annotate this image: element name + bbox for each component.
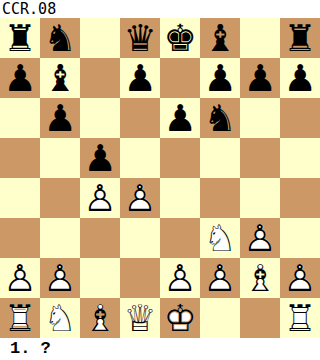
square-f4[interactable] — [200, 178, 240, 218]
status-bar: 1. ? — [0, 338, 320, 360]
piece-white-knight: ♞♘ — [200, 218, 240, 258]
square-h5[interactable] — [280, 138, 320, 178]
square-a4[interactable] — [0, 178, 40, 218]
piece-white-pawn: ♟♙ — [160, 258, 200, 298]
piece-black-rook: ♜ — [280, 18, 320, 58]
piece-black-pawn: ♟ — [160, 98, 200, 138]
square-g8[interactable] — [240, 18, 280, 58]
square-h6[interactable] — [280, 98, 320, 138]
piece-black-bishop: ♝ — [200, 18, 240, 58]
piece-black-rook: ♜ — [0, 18, 40, 58]
piece-black-pawn: ♟ — [280, 58, 320, 98]
square-e5[interactable] — [160, 138, 200, 178]
square-g1[interactable] — [240, 298, 280, 338]
puzzle-title: CCR.08 — [0, 0, 56, 18]
square-a5[interactable] — [0, 138, 40, 178]
square-e8[interactable]: ♚ — [160, 18, 200, 58]
square-b7[interactable]: ♝ — [40, 58, 80, 98]
piece-white-pawn: ♟♙ — [40, 258, 80, 298]
piece-white-rook: ♜♖ — [280, 298, 320, 338]
square-f7[interactable]: ♟ — [200, 58, 240, 98]
square-a3[interactable] — [0, 218, 40, 258]
piece-white-pawn: ♟♙ — [280, 258, 320, 298]
square-c8[interactable] — [80, 18, 120, 58]
square-b1[interactable]: ♞♘ — [40, 298, 80, 338]
square-e6[interactable]: ♟ — [160, 98, 200, 138]
square-b2[interactable]: ♟♙ — [40, 258, 80, 298]
square-c2[interactable] — [80, 258, 120, 298]
square-c1[interactable]: ♝♗ — [80, 298, 120, 338]
piece-white-queen: ♛♕ — [120, 298, 160, 338]
piece-white-bishop: ♝♗ — [80, 298, 120, 338]
square-d5[interactable] — [120, 138, 160, 178]
piece-black-pawn: ♟ — [80, 138, 120, 178]
piece-black-bishop: ♝ — [40, 58, 80, 98]
square-c5[interactable]: ♟ — [80, 138, 120, 178]
square-e2[interactable]: ♟♙ — [160, 258, 200, 298]
square-h4[interactable] — [280, 178, 320, 218]
square-b4[interactable] — [40, 178, 80, 218]
piece-black-pawn: ♟ — [200, 58, 240, 98]
square-g2[interactable]: ♝♗ — [240, 258, 280, 298]
square-a2[interactable]: ♟♙ — [0, 258, 40, 298]
square-g6[interactable] — [240, 98, 280, 138]
piece-black-pawn: ♟ — [240, 58, 280, 98]
square-c7[interactable] — [80, 58, 120, 98]
square-h1[interactable]: ♜♖ — [280, 298, 320, 338]
square-d8[interactable]: ♛ — [120, 18, 160, 58]
square-e1[interactable]: ♚♔ — [160, 298, 200, 338]
chess-app-window: CCR.08 ♜♞♛♚♝♜♟♝♟♟♟♟♟♟♞♟♟♙♟♙♞♘♟♙♟♙♟♙♟♙♟♙♝… — [0, 0, 320, 360]
square-g4[interactable] — [240, 178, 280, 218]
move-prompt: 1. ? — [0, 338, 51, 360]
square-e3[interactable] — [160, 218, 200, 258]
piece-white-pawn: ♟♙ — [0, 258, 40, 298]
piece-black-pawn: ♟ — [0, 58, 40, 98]
square-a1[interactable]: ♜♖ — [0, 298, 40, 338]
piece-black-queen: ♛ — [120, 18, 160, 58]
piece-white-pawn: ♟♙ — [120, 178, 160, 218]
square-b6[interactable]: ♟ — [40, 98, 80, 138]
square-a8[interactable]: ♜ — [0, 18, 40, 58]
square-f1[interactable] — [200, 298, 240, 338]
square-c4[interactable]: ♟♙ — [80, 178, 120, 218]
title-bar: CCR.08 — [0, 0, 320, 18]
square-g5[interactable] — [240, 138, 280, 178]
square-d3[interactable] — [120, 218, 160, 258]
piece-white-pawn: ♟♙ — [200, 258, 240, 298]
square-c3[interactable] — [80, 218, 120, 258]
square-e4[interactable] — [160, 178, 200, 218]
square-f6[interactable]: ♞ — [200, 98, 240, 138]
square-d7[interactable]: ♟ — [120, 58, 160, 98]
piece-black-pawn: ♟ — [120, 58, 160, 98]
square-g3[interactable]: ♟♙ — [240, 218, 280, 258]
piece-black-king: ♚ — [160, 18, 200, 58]
piece-white-pawn: ♟♙ — [80, 178, 120, 218]
square-d4[interactable]: ♟♙ — [120, 178, 160, 218]
square-h2[interactable]: ♟♙ — [280, 258, 320, 298]
square-a7[interactable]: ♟ — [0, 58, 40, 98]
piece-white-pawn: ♟♙ — [240, 218, 280, 258]
square-h3[interactable] — [280, 218, 320, 258]
piece-white-king: ♚♔ — [160, 298, 200, 338]
square-h7[interactable]: ♟ — [280, 58, 320, 98]
square-c6[interactable] — [80, 98, 120, 138]
square-e7[interactable] — [160, 58, 200, 98]
square-b8[interactable]: ♞ — [40, 18, 80, 58]
piece-white-rook: ♜♖ — [0, 298, 40, 338]
square-f8[interactable]: ♝ — [200, 18, 240, 58]
square-d2[interactable] — [120, 258, 160, 298]
piece-black-knight: ♞ — [200, 98, 240, 138]
piece-white-knight: ♞♘ — [40, 298, 80, 338]
square-b5[interactable] — [40, 138, 80, 178]
piece-black-knight: ♞ — [40, 18, 80, 58]
piece-black-pawn: ♟ — [40, 98, 80, 138]
square-h8[interactable]: ♜ — [280, 18, 320, 58]
square-f3[interactable]: ♞♘ — [200, 218, 240, 258]
square-f5[interactable] — [200, 138, 240, 178]
square-a6[interactable] — [0, 98, 40, 138]
square-b3[interactable] — [40, 218, 80, 258]
piece-white-bishop: ♝♗ — [240, 258, 280, 298]
square-d1[interactable]: ♛♕ — [120, 298, 160, 338]
square-d6[interactable] — [120, 98, 160, 138]
square-f2[interactable]: ♟♙ — [200, 258, 240, 298]
chess-board: ♜♞♛♚♝♜♟♝♟♟♟♟♟♟♞♟♟♙♟♙♞♘♟♙♟♙♟♙♟♙♟♙♝♗♟♙♜♖♞♘… — [0, 18, 320, 338]
square-g7[interactable]: ♟ — [240, 58, 280, 98]
